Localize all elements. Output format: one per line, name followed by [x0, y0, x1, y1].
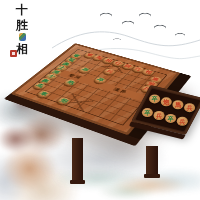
- crane-bird-icon: [113, 37, 121, 41]
- board-cell-7-10: [89, 108, 105, 117]
- piece-character: 相: [144, 70, 153, 75]
- piece-character: 卒: [144, 110, 150, 116]
- board-cell-8-8: [110, 101, 126, 110]
- board-cell-4-4: [88, 70, 103, 77]
- piece-green-車[interactable]: 車: [36, 90, 52, 99]
- drawer-piece-red-炮[interactable]: 炮: [161, 97, 172, 106]
- board-cell-6-4: [108, 76, 123, 84]
- crane-bird-icon: [139, 11, 151, 17]
- table-leg: [146, 146, 158, 178]
- brand-logo-icon: [19, 33, 26, 41]
- brand-calligraphy: 十 胜 相: [16, 4, 28, 56]
- river-text-right: 漢界: [112, 87, 129, 95]
- board-cell-7-4: [118, 79, 133, 87]
- calligraphy-char: 相: [16, 43, 28, 56]
- board-cell-3-9: [52, 89, 68, 97]
- piece-character: 馬: [35, 83, 45, 88]
- board-cell-2-10: 車: [36, 90, 52, 98]
- piece-character: 兵: [156, 113, 162, 119]
- piece-character: 仕: [114, 61, 123, 66]
- red-seal-icon: [10, 50, 17, 57]
- board-cell-9-10: [111, 115, 128, 125]
- drawer-piece-green-卒[interactable]: 卒: [142, 108, 153, 117]
- crane-bird-icon: [100, 11, 112, 17]
- crane-bird-icon: [122, 19, 134, 25]
- piece-character: 卒: [81, 68, 90, 73]
- piece-character: 兵: [187, 104, 193, 110]
- piece-character: 炮: [65, 80, 75, 85]
- piece-character: 卒: [95, 78, 104, 83]
- product-photo-scene: 十 胜 相 車馬相仕帥仕相車車馬兵炮象卒兵士卒將士炮象馬車炮 楚河 漢界 卒炮馬…: [0, 0, 200, 200]
- calligraphy-char: 十: [16, 4, 28, 17]
- piece-character: 炮: [163, 99, 169, 105]
- drawer-piece-green-卒[interactable]: 卒: [165, 114, 176, 123]
- piece-character: 兵: [105, 69, 114, 74]
- board-cell-5-3: 兵: [102, 68, 116, 75]
- crane-bird-icon: [175, 31, 185, 36]
- board-cell-3-4: 卒: [78, 67, 92, 74]
- drawer-piece-red-兵[interactable]: 兵: [153, 111, 164, 120]
- piece-character: 卒: [152, 96, 158, 102]
- board-cell-8-9: [105, 106, 121, 115]
- board-cell-7-8: [99, 97, 115, 106]
- board-cell-9-9: [116, 110, 132, 119]
- board-cell-3-7: 炮: [63, 80, 78, 88]
- piece-character: 馬: [175, 102, 181, 108]
- piece-character: 炮: [59, 98, 69, 104]
- piece-character: 兵: [179, 119, 185, 125]
- piece-character: 仕: [134, 67, 143, 72]
- drawer-piece-red-兵[interactable]: 兵: [184, 103, 195, 112]
- piece-character: 卒: [168, 116, 174, 122]
- crane-bird-icon: [154, 23, 166, 29]
- drawer-piece-red-兵[interactable]: 兵: [177, 117, 188, 126]
- board-cell-7-3: [123, 74, 138, 82]
- piece-red-相[interactable]: 相: [141, 68, 155, 76]
- board-cell-8-10: [100, 111, 116, 120]
- drawer-piece-red-馬[interactable]: 馬: [173, 100, 184, 109]
- piece-green-卒[interactable]: 卒: [78, 66, 93, 74]
- drawer-tray: 卒炮馬兵卒兵卒兵: [136, 88, 200, 131]
- board-cell-5-7: [83, 86, 98, 94]
- drawer-piece-green-卒[interactable]: 卒: [149, 94, 160, 103]
- piece-character: 帥: [124, 64, 133, 69]
- board-cell-7-9: [94, 102, 110, 111]
- piece-character: 車: [39, 91, 49, 97]
- table-leg: [72, 138, 83, 184]
- board-cell-8-1: 相: [141, 69, 155, 76]
- calligraphy-char: 胜: [16, 19, 28, 32]
